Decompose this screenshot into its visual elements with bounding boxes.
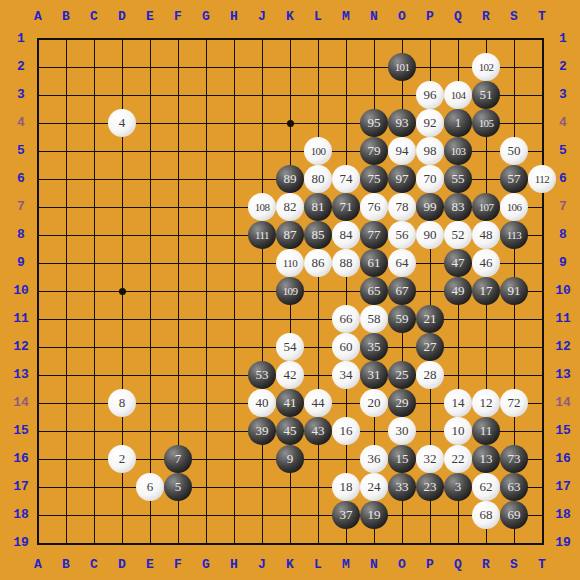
white-stone-8: 8	[108, 389, 136, 417]
white-stone-40: 40	[248, 389, 276, 417]
white-stone-58: 58	[360, 305, 388, 333]
column-label-p: P	[416, 558, 444, 572]
column-label-t: T	[528, 10, 556, 24]
black-stone-79: 79	[360, 137, 388, 165]
black-stone-51: 51	[472, 81, 500, 109]
white-stone-112: 112	[528, 165, 556, 193]
black-stone-25: 25	[388, 361, 416, 389]
column-label-l: L	[304, 10, 332, 24]
column-label-h: H	[220, 10, 248, 24]
column-label-g: G	[192, 558, 220, 572]
white-stone-62: 62	[472, 473, 500, 501]
white-stone-82: 82	[276, 193, 304, 221]
column-label-k: K	[276, 10, 304, 24]
column-label-d: D	[108, 10, 136, 24]
white-stone-96: 96	[416, 81, 444, 109]
white-stone-42: 42	[276, 361, 304, 389]
column-label-t: T	[528, 558, 556, 572]
black-stone-85: 85	[304, 221, 332, 249]
white-stone-88: 88	[332, 249, 360, 277]
black-stone-37: 37	[332, 501, 360, 529]
white-stone-36: 36	[360, 445, 388, 473]
column-label-j: J	[248, 558, 276, 572]
black-stone-61: 61	[360, 249, 388, 277]
black-stone-75: 75	[360, 165, 388, 193]
black-stone-33: 33	[388, 473, 416, 501]
black-stone-39: 39	[248, 417, 276, 445]
white-stone-50: 50	[500, 137, 528, 165]
black-stone-45: 45	[276, 417, 304, 445]
column-label-k: K	[276, 558, 304, 572]
black-stone-27: 27	[416, 333, 444, 361]
black-stone-73: 73	[500, 445, 528, 473]
black-stone-15: 15	[388, 445, 416, 473]
black-stone-9: 9	[276, 445, 304, 473]
column-label-b: B	[52, 558, 80, 572]
column-label-s: S	[500, 10, 528, 24]
black-stone-99: 99	[416, 193, 444, 221]
white-stone-22: 22	[444, 445, 472, 473]
white-stone-28: 28	[416, 361, 444, 389]
black-stone-109: 109	[276, 277, 304, 305]
white-stone-98: 98	[416, 137, 444, 165]
column-label-o: O	[388, 10, 416, 24]
white-stone-110: 110	[276, 249, 304, 277]
go-board: AABBCCDDEEFFGGHHJJKKLLMMNNOOPPQQRRSSTT11…	[0, 0, 580, 580]
black-stone-113: 113	[500, 221, 528, 249]
white-stone-2: 2	[108, 445, 136, 473]
column-label-p: P	[416, 10, 444, 24]
black-stone-83: 83	[444, 193, 472, 221]
white-stone-72: 72	[500, 389, 528, 417]
column-label-n: N	[360, 558, 388, 572]
white-stone-20: 20	[360, 389, 388, 417]
column-label-n: N	[360, 10, 388, 24]
black-stone-57: 57	[500, 165, 528, 193]
black-stone-23: 23	[416, 473, 444, 501]
white-stone-32: 32	[416, 445, 444, 473]
white-stone-78: 78	[388, 193, 416, 221]
black-stone-43: 43	[304, 417, 332, 445]
black-stone-29: 29	[388, 389, 416, 417]
column-label-m: M	[332, 10, 360, 24]
white-stone-24: 24	[360, 473, 388, 501]
column-label-d: D	[108, 558, 136, 572]
column-label-o: O	[388, 558, 416, 572]
black-stone-101: 101	[388, 53, 416, 81]
black-stone-11: 11	[472, 417, 500, 445]
white-stone-70: 70	[416, 165, 444, 193]
column-label-s: S	[500, 558, 528, 572]
white-stone-84: 84	[332, 221, 360, 249]
white-stone-48: 48	[472, 221, 500, 249]
white-stone-4: 4	[108, 109, 136, 137]
white-stone-76: 76	[360, 193, 388, 221]
black-stone-59: 59	[388, 305, 416, 333]
column-label-e: E	[136, 10, 164, 24]
black-stone-65: 65	[360, 277, 388, 305]
column-label-r: R	[472, 10, 500, 24]
column-label-j: J	[248, 10, 276, 24]
white-stone-74: 74	[332, 165, 360, 193]
black-stone-63: 63	[500, 473, 528, 501]
black-stone-93: 93	[388, 109, 416, 137]
column-label-a: A	[24, 558, 52, 572]
white-stone-104: 104	[444, 81, 472, 109]
black-stone-89: 89	[276, 165, 304, 193]
white-stone-100: 100	[304, 137, 332, 165]
black-stone-105: 105	[472, 109, 500, 137]
column-label-c: C	[80, 558, 108, 572]
black-stone-17: 17	[472, 277, 500, 305]
black-stone-77: 77	[360, 221, 388, 249]
column-label-m: M	[332, 558, 360, 572]
black-stone-41: 41	[276, 389, 304, 417]
column-label-r: R	[472, 558, 500, 572]
white-stone-106: 106	[500, 193, 528, 221]
black-stone-107: 107	[472, 193, 500, 221]
white-stone-46: 46	[472, 249, 500, 277]
column-label-a: A	[24, 10, 52, 24]
white-stone-102: 102	[472, 53, 500, 81]
black-stone-53: 53	[248, 361, 276, 389]
black-stone-81: 81	[304, 193, 332, 221]
white-stone-10: 10	[444, 417, 472, 445]
white-stone-92: 92	[416, 109, 444, 137]
white-stone-86: 86	[304, 249, 332, 277]
white-stone-16: 16	[332, 417, 360, 445]
black-stone-91: 91	[500, 277, 528, 305]
black-stone-19: 19	[360, 501, 388, 529]
white-stone-44: 44	[304, 389, 332, 417]
black-stone-69: 69	[500, 501, 528, 529]
column-label-g: G	[192, 10, 220, 24]
black-stone-111: 111	[248, 221, 276, 249]
black-stone-55: 55	[444, 165, 472, 193]
column-label-l: L	[304, 558, 332, 572]
white-stone-14: 14	[444, 389, 472, 417]
white-stone-64: 64	[388, 249, 416, 277]
black-stone-5: 5	[164, 473, 192, 501]
white-stone-54: 54	[276, 333, 304, 361]
black-stone-97: 97	[388, 165, 416, 193]
white-stone-108: 108	[248, 193, 276, 221]
column-label-f: F	[164, 10, 192, 24]
column-label-f: F	[164, 558, 192, 572]
column-label-h: H	[220, 558, 248, 572]
white-stone-18: 18	[332, 473, 360, 501]
black-stone-49: 49	[444, 277, 472, 305]
column-label-c: C	[80, 10, 108, 24]
black-stone-87: 87	[276, 221, 304, 249]
black-stone-95: 95	[360, 109, 388, 137]
black-stone-31: 31	[360, 361, 388, 389]
white-stone-52: 52	[444, 221, 472, 249]
white-stone-34: 34	[332, 361, 360, 389]
black-stone-47: 47	[444, 249, 472, 277]
white-stone-56: 56	[388, 221, 416, 249]
black-stone-35: 35	[360, 333, 388, 361]
white-stone-12: 12	[472, 389, 500, 417]
column-label-q: Q	[444, 558, 472, 572]
white-stone-60: 60	[332, 333, 360, 361]
black-stone-13: 13	[472, 445, 500, 473]
black-stone-103: 103	[444, 137, 472, 165]
column-label-q: Q	[444, 10, 472, 24]
white-stone-30: 30	[388, 417, 416, 445]
column-label-e: E	[136, 558, 164, 572]
white-stone-94: 94	[388, 137, 416, 165]
white-stone-6: 6	[136, 473, 164, 501]
stones-layer: 1234567891011121314151617181920212223242…	[24, 25, 556, 557]
white-stone-68: 68	[472, 501, 500, 529]
black-stone-67: 67	[388, 277, 416, 305]
black-stone-3: 3	[444, 473, 472, 501]
black-stone-21: 21	[416, 305, 444, 333]
white-stone-90: 90	[416, 221, 444, 249]
black-stone-7: 7	[164, 445, 192, 473]
black-stone-71: 71	[332, 193, 360, 221]
white-stone-66: 66	[332, 305, 360, 333]
column-label-b: B	[52, 10, 80, 24]
white-stone-80: 80	[304, 165, 332, 193]
black-stone-1: 1	[444, 109, 472, 137]
